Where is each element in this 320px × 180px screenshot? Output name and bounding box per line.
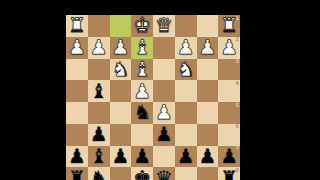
square-h7[interactable]: ♟ [66,146,88,168]
piece-black-pawn[interactable]: ♟ [133,146,151,167]
square-f3[interactable]: ♞ [110,59,132,81]
square-a7[interactable]: ♟7 [218,146,240,168]
piece-black-king[interactable]: ♚ [133,168,151,180]
square-g1[interactable] [88,15,110,37]
rank-label: 3 [236,59,239,64]
square-b7[interactable]: ♟ [197,146,219,168]
square-c4[interactable] [175,80,197,102]
square-c1[interactable] [175,15,197,37]
square-h6[interactable] [66,124,88,146]
square-a4[interactable]: 4 [218,80,240,102]
piece-white-pawn[interactable]: ♟ [177,37,195,58]
piece-white-king[interactable]: ♚ [133,15,151,36]
piece-white-bishop[interactable]: ♝ [133,59,151,80]
piece-black-rook[interactable]: ♜ [220,168,238,180]
square-g7[interactable]: ♝ [88,146,110,168]
square-h2[interactable]: ♟ [66,37,88,59]
square-e8[interactable]: ♚ [131,167,153,180]
square-a8[interactable]: ♜8 [218,167,240,180]
square-h1[interactable]: ♜ [66,15,88,37]
square-a6[interactable]: 6 [218,124,240,146]
piece-white-pawn[interactable]: ♟ [198,37,216,58]
square-g2[interactable]: ♟ [88,37,110,59]
square-b6[interactable] [197,124,219,146]
piece-white-rook[interactable]: ♜ [220,15,238,36]
square-e4[interactable]: ♟ [131,80,153,102]
piece-black-knight[interactable]: ♞ [133,102,151,123]
piece-white-queen[interactable]: ♛ [155,15,173,36]
square-g4[interactable]: ♝ [88,80,110,102]
square-d6[interactable]: ♟ [153,124,175,146]
piece-white-pawn[interactable]: ♟ [111,37,129,58]
square-h5[interactable] [66,102,88,124]
piece-black-pawn[interactable]: ♟ [198,146,216,167]
rank-label: 6 [236,124,239,129]
square-b2[interactable]: ♟ [197,37,219,59]
square-a2[interactable]: ♟2 [218,37,240,59]
square-b8[interactable] [197,167,219,180]
piece-white-knight[interactable]: ♞ [111,59,129,80]
square-c8[interactable] [175,167,197,180]
piece-black-bishop[interactable]: ♝ [90,81,108,102]
square-c6[interactable] [175,124,197,146]
piece-white-pawn[interactable]: ♟ [220,37,238,58]
square-b5[interactable] [197,102,219,124]
video-frame: ♜♚♛♜1♟♟♟♝♟♟♟2♞♝♞3♝♟4♞♟5♟♟6♟♝♟♟♟♟♟7♜♞♚♛♜8 [0,0,320,180]
piece-black-rook[interactable]: ♜ [68,168,86,180]
square-e7[interactable]: ♟ [131,146,153,168]
square-d8[interactable]: ♛ [153,167,175,180]
square-h3[interactable] [66,59,88,81]
square-f2[interactable]: ♟ [110,37,132,59]
piece-black-pawn[interactable]: ♟ [155,124,173,145]
rank-label: 5 [236,103,239,108]
square-f8[interactable] [110,167,132,180]
square-a1[interactable]: ♜1 [218,15,240,37]
square-e1[interactable]: ♚ [131,15,153,37]
piece-black-knight[interactable]: ♞ [90,168,108,180]
piece-white-bishop[interactable]: ♝ [133,37,151,58]
square-d7[interactable] [153,146,175,168]
piece-black-bishop[interactable]: ♝ [90,146,108,167]
square-h4[interactable] [66,80,88,102]
square-g3[interactable] [88,59,110,81]
piece-white-pawn[interactable]: ♟ [155,102,173,123]
square-d2[interactable] [153,37,175,59]
square-g5[interactable] [88,102,110,124]
square-f5[interactable] [110,102,132,124]
square-c7[interactable]: ♟ [175,146,197,168]
piece-white-pawn[interactable]: ♟ [68,37,86,58]
piece-black-pawn[interactable]: ♟ [177,146,195,167]
square-e3[interactable]: ♝ [131,59,153,81]
square-b1[interactable] [197,15,219,37]
square-d5[interactable]: ♟ [153,102,175,124]
square-g6[interactable]: ♟ [88,124,110,146]
piece-black-queen[interactable]: ♛ [155,168,173,180]
square-e5[interactable]: ♞ [131,102,153,124]
square-d3[interactable] [153,59,175,81]
piece-white-pawn[interactable]: ♟ [90,37,108,58]
square-d4[interactable] [153,80,175,102]
piece-white-rook[interactable]: ♜ [68,15,86,36]
rank-label: 4 [236,81,239,86]
chess-board: ♜♚♛♜1♟♟♟♝♟♟♟2♞♝♞3♝♟4♞♟5♟♟6♟♝♟♟♟♟♟7♜♞♚♛♜8 [66,15,240,180]
square-f4[interactable] [110,80,132,102]
square-c2[interactable]: ♟ [175,37,197,59]
square-h8[interactable]: ♜ [66,167,88,180]
piece-white-knight[interactable]: ♞ [177,59,195,80]
piece-white-pawn[interactable]: ♟ [133,81,151,102]
piece-black-pawn[interactable]: ♟ [220,146,238,167]
square-c3[interactable]: ♞ [175,59,197,81]
square-d1[interactable]: ♛ [153,15,175,37]
square-b4[interactable] [197,80,219,102]
piece-black-pawn[interactable]: ♟ [68,146,86,167]
square-e2[interactable]: ♝ [131,37,153,59]
square-e6[interactable] [131,124,153,146]
piece-black-pawn[interactable]: ♟ [90,124,108,145]
square-f7[interactable]: ♟ [110,146,132,168]
square-b3[interactable] [197,59,219,81]
square-f6[interactable] [110,124,132,146]
piece-black-pawn[interactable]: ♟ [111,146,129,167]
square-a5[interactable]: 5 [218,102,240,124]
square-a3[interactable]: 3 [218,59,240,81]
square-f1[interactable] [110,15,132,37]
square-g8[interactable]: ♞ [88,167,110,180]
square-c5[interactable] [175,102,197,124]
